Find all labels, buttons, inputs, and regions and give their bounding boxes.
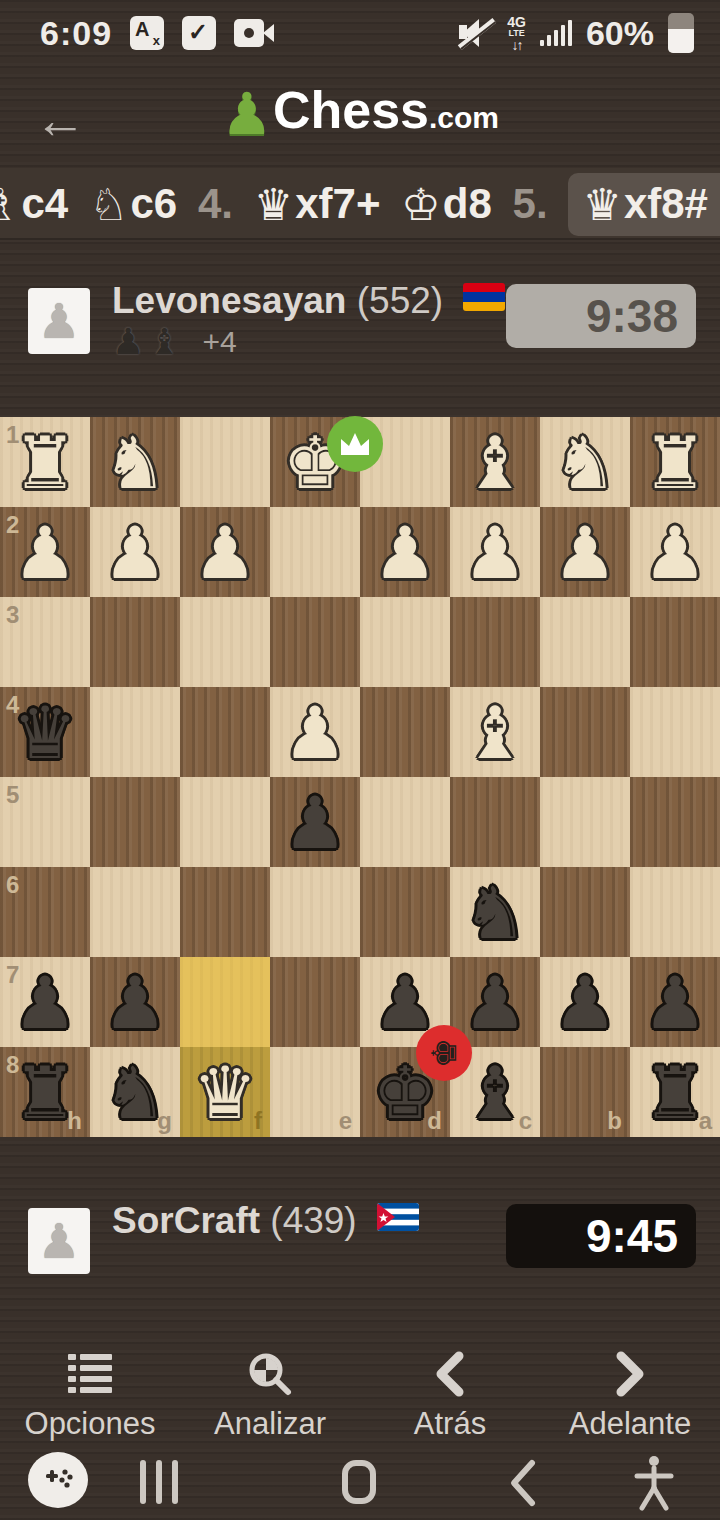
back-move-button[interactable]: Atrás [360,1340,540,1450]
square-h1[interactable]: 1♜ [0,417,90,507]
game-launcher-icon[interactable] [28,1452,88,1508]
white-pawn-h2[interactable]: ♟ [0,507,90,597]
square-b5[interactable] [540,777,630,867]
square-h7[interactable]: 7♟ [0,957,90,1047]
square-c2[interactable]: ♟ [450,507,540,597]
battery-percent: 60% [586,14,654,53]
app-header: ← ♟Chess.com [0,74,720,166]
square-d5[interactable] [360,777,450,867]
black-pawn-g7[interactable]: ♟ [90,957,180,1047]
square-b4[interactable] [540,687,630,777]
white-bishop-c4[interactable]: ♝ [450,687,540,777]
square-e8[interactable]: e [270,1047,360,1137]
black-pawn-h7[interactable]: ♟ [0,957,90,1047]
analyze-button[interactable]: Atrás Analizar [180,1340,360,1450]
checkbox-icon: ✓ [182,16,216,50]
checkmate-badge: ♚ [416,1025,472,1081]
mute-icon [457,17,493,49]
material-score: +4 [203,325,237,359]
square-a2[interactable]: ♟ [630,507,720,597]
home-icon[interactable] [342,1460,376,1504]
square-d4[interactable] [360,687,450,777]
square-h2[interactable]: 2♟ [0,507,90,597]
player-card-top: ♟ Levonesayan (552) ♟♝+4 9:38 [0,258,720,378]
white-pawn-a2[interactable]: ♟ [630,507,720,597]
rank-label: 5 [6,781,19,809]
move-list[interactable]: ♗c4♘c64.♛xf7+♔d85.♛xf8# [0,168,720,240]
square-a6[interactable] [630,867,720,957]
square-c5[interactable] [450,777,540,867]
white-pawn-g2[interactable]: ♟ [90,507,180,597]
square-f5[interactable] [180,777,270,867]
avatar[interactable]: ♟ [28,1208,90,1274]
file-label: e [339,1107,352,1135]
move-token[interactable]: ♘c6 [89,179,177,230]
chevron-right-icon [613,1348,647,1400]
captured-pieces-top: ♟♝+4 [112,324,237,360]
square-f6[interactable] [180,867,270,957]
move-token[interactable]: ♛xf8# [568,173,720,236]
rank-label: 6 [6,871,19,899]
white-bishop-c1[interactable]: ♝ [450,417,540,507]
translate-icon: Ax [130,16,164,50]
white-pawn-c2[interactable]: ♟ [450,507,540,597]
clock-bottom: 9:45 [506,1204,696,1268]
square-e7[interactable] [270,957,360,1047]
black-knight-g8[interactable]: ♞ [90,1047,180,1137]
square-g4[interactable] [90,687,180,777]
move-token[interactable]: ♛xf7+ [254,179,381,230]
armenia-flag-icon [463,283,505,311]
status-bar: 6:09 Ax ✓ 4G LTE ↓↑ 60% [0,0,720,66]
signal-bars-icon [540,20,572,46]
square-h5[interactable]: 5 [0,777,90,867]
bottom-toolbar: Opciones Atrás Analizar Atrás [0,1340,720,1450]
move-token[interactable]: ♗c4 [0,179,68,230]
white-pawn-d2[interactable]: ♟ [360,507,450,597]
move-token[interactable]: ♔d8 [401,179,491,230]
player-name-bottom[interactable]: SorCraft (439) [112,1200,419,1242]
white-pawn-e4[interactable]: ♟ [270,687,360,777]
phone-screen: { "game": "chess", "app": "Chess.com mob… [0,0,720,1520]
rank-label: 3 [6,601,19,629]
square-g6[interactable] [90,867,180,957]
square-b1[interactable]: ♞ [540,417,630,507]
square-e4[interactable]: ♟ [270,687,360,777]
avatar[interactable]: ♟ [28,288,90,354]
square-e6[interactable] [270,867,360,957]
logo-pawn-icon: ♟ [221,80,273,148]
file-label: b [607,1107,622,1135]
square-h6[interactable]: 6 [0,867,90,957]
black-knight-c6[interactable]: ♞ [450,867,540,957]
black-rook-a8[interactable]: ♜ [630,1047,720,1137]
chevron-left-icon [433,1348,467,1400]
square-d3[interactable] [360,597,450,687]
white-rook-a1[interactable]: ♜ [630,417,720,507]
square-c3[interactable] [450,597,540,687]
square-f3[interactable] [180,597,270,687]
avatar-pawn-icon: ♟ [37,293,80,349]
black-pawn-e5[interactable]: ♟ [270,777,360,867]
white-knight-b1[interactable]: ♞ [540,417,630,507]
square-a3[interactable] [630,597,720,687]
back-icon[interactable] [508,1458,538,1508]
square-e3[interactable] [270,597,360,687]
square-g5[interactable] [90,777,180,867]
accessibility-icon[interactable] [632,1454,676,1512]
avatar-pawn-icon: ♟ [37,1213,80,1269]
camcorder-icon [234,19,274,47]
cuba-flag-icon [377,1203,419,1231]
move-number[interactable]: 4. [198,180,233,228]
square-g2[interactable]: ♟ [90,507,180,597]
black-queen-h4[interactable]: ♛ [0,687,90,777]
square-d2[interactable]: ♟ [360,507,450,597]
android-nav-bar [0,1448,720,1520]
square-f7[interactable] [180,957,270,1047]
network-4g-lte-icon: 4G LTE ↓↑ [507,15,526,52]
square-c4[interactable]: ♝ [450,687,540,777]
square-f8[interactable]: f♛ [180,1047,270,1137]
square-a4[interactable] [630,687,720,777]
white-queen-f8[interactable]: ♛ [180,1047,270,1137]
square-e2[interactable] [270,507,360,597]
square-h3[interactable]: 3 [0,597,90,687]
analyze-magnifier-icon [245,1348,295,1400]
status-clock: 6:09 [40,14,112,53]
square-c1[interactable]: ♝ [450,417,540,507]
clock-top: 9:38 [506,284,696,348]
square-a7[interactable]: ♟ [630,957,720,1047]
square-f2[interactable]: ♟ [180,507,270,597]
square-c6[interactable]: ♞ [450,867,540,957]
square-b3[interactable] [540,597,630,687]
battery-icon [668,13,694,53]
player-card-bottom: ♟ SorCraft (439) 9:45 [0,1178,720,1298]
square-b2[interactable]: ♟ [540,507,630,597]
square-d6[interactable] [360,867,450,957]
square-a8[interactable]: a♜ [630,1047,720,1137]
black-pawn-a7[interactable]: ♟ [630,957,720,1047]
square-b6[interactable] [540,867,630,957]
square-g3[interactable] [90,597,180,687]
square-g7[interactable]: ♟ [90,957,180,1047]
white-rook-h1[interactable]: ♜ [0,417,90,507]
square-f1[interactable] [180,417,270,507]
square-g1[interactable]: ♞ [90,417,180,507]
square-g8[interactable]: g♞ [90,1047,180,1137]
square-b7[interactable]: ♟ [540,957,630,1047]
captured-piece-icon: ♝ [148,324,180,360]
black-rook-h8[interactable]: ♜ [0,1047,90,1137]
square-a1[interactable]: ♜ [630,417,720,507]
square-b8[interactable]: b [540,1047,630,1137]
move-number[interactable]: 5. [513,180,548,228]
white-knight-g1[interactable]: ♞ [90,417,180,507]
square-e5[interactable]: ♟ [270,777,360,867]
options-button[interactable]: Opciones [0,1340,180,1450]
square-h4[interactable]: 4♛ [0,687,90,777]
options-list-icon [66,1348,114,1400]
square-h8[interactable]: 8h♜ [0,1047,90,1137]
captured-piece-icon: ♟ [112,324,144,360]
black-pawn-b7[interactable]: ♟ [540,957,630,1047]
forward-move-button[interactable]: Adelante [540,1340,720,1450]
recents-icon[interactable] [140,1460,178,1504]
square-f4[interactable] [180,687,270,777]
player-name-top[interactable]: Levonesayan (552) [112,280,505,322]
white-pawn-b2[interactable]: ♟ [540,507,630,597]
square-a5[interactable] [630,777,720,867]
chess-board[interactable]: 1♜♞♚♝♞♜2♟♟♟♟♟♟♟34♛♟♝5♟6♞7♟♟♟♟♟♟8h♜g♞f♛ed… [0,417,720,1137]
winner-crown-badge [327,416,383,472]
white-pawn-f2[interactable]: ♟ [180,507,270,597]
chesscom-logo: ♟Chess.com [0,80,720,148]
